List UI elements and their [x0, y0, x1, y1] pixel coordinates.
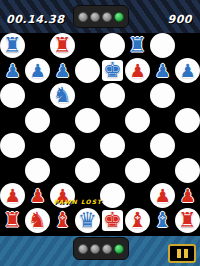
- square-g5[interactable]: [150, 108, 175, 133]
- gray-status-light-icon: [90, 12, 100, 22]
- square-f7[interactable]: ♟: [125, 58, 150, 83]
- square-e1[interactable]: ♚: [100, 208, 125, 233]
- red-pawn-piece: ♟: [150, 183, 175, 208]
- red-pawn-piece: ♟: [25, 183, 50, 208]
- green-status-light-icon: [114, 244, 124, 254]
- square-b2[interactable]: ♟: [25, 183, 50, 208]
- notification-text: PAWN LOST: [54, 198, 144, 205]
- square-b1[interactable]: ♞: [25, 208, 50, 233]
- red-king-piece: ♚: [100, 208, 125, 233]
- square-d5[interactable]: [75, 108, 100, 133]
- square-g8[interactable]: [150, 33, 175, 58]
- square-b5[interactable]: [25, 108, 50, 133]
- blue-pawn-piece: ♟: [150, 58, 175, 83]
- square-h3[interactable]: [175, 158, 200, 183]
- gray-status-light-icon: [102, 244, 112, 254]
- square-a7[interactable]: ♟: [0, 58, 25, 83]
- square-a1[interactable]: ♜: [0, 208, 25, 233]
- red-pawn-piece: ♟: [0, 183, 25, 208]
- square-h8[interactable]: [175, 33, 200, 58]
- blue-pawn-piece: ♟: [175, 58, 200, 83]
- square-h5[interactable]: [175, 108, 200, 133]
- red-pawn-piece: ♟: [125, 58, 150, 83]
- square-d1[interactable]: ♛: [75, 208, 100, 233]
- blue-queen-piece: ♛: [75, 208, 100, 233]
- square-h1[interactable]: ♜: [175, 208, 200, 233]
- square-g3[interactable]: [150, 158, 175, 183]
- green-status-light-icon: [114, 12, 124, 22]
- square-h2[interactable]: ♟: [175, 183, 200, 208]
- square-e6[interactable]: [100, 83, 125, 108]
- gray-status-light-icon: [78, 244, 88, 254]
- square-a6[interactable]: [0, 83, 25, 108]
- square-h4[interactable]: [175, 133, 200, 158]
- square-e5[interactable]: [100, 108, 125, 133]
- square-h7[interactable]: ♟: [175, 58, 200, 83]
- square-b8[interactable]: [25, 33, 50, 58]
- red-bishop-piece: ♝: [50, 208, 75, 233]
- red-pawn-piece: ♟: [175, 183, 200, 208]
- red-rook-piece: ♜: [50, 33, 75, 58]
- gray-status-light-icon: [90, 244, 100, 254]
- blue-pawn-piece: ♟: [0, 58, 25, 83]
- pause-icon: [177, 249, 181, 258]
- square-f4[interactable]: [125, 133, 150, 158]
- square-b3[interactable]: [25, 158, 50, 183]
- square-b4[interactable]: [25, 133, 50, 158]
- square-a5[interactable]: [0, 108, 25, 133]
- bottom-status-lights: [73, 237, 129, 260]
- blue-pawn-piece: ♟: [50, 58, 75, 83]
- red-rook-piece: ♜: [175, 208, 200, 233]
- square-f8[interactable]: ♜: [125, 33, 150, 58]
- square-a4[interactable]: [0, 133, 25, 158]
- square-d6[interactable]: [75, 83, 100, 108]
- square-e8[interactable]: [100, 33, 125, 58]
- square-a8[interactable]: ♜: [0, 33, 25, 58]
- square-d4[interactable]: [75, 133, 100, 158]
- gray-status-light-icon: [102, 12, 112, 22]
- blue-knight-piece: ♞: [50, 83, 75, 108]
- square-h6[interactable]: [175, 83, 200, 108]
- red-bishop-piece: ♝: [125, 208, 150, 233]
- square-c1[interactable]: ♝: [50, 208, 75, 233]
- square-g1[interactable]: ♝: [150, 208, 175, 233]
- game-timer: 00.14.38: [6, 13, 64, 26]
- square-a3[interactable]: [0, 158, 25, 183]
- square-e4[interactable]: [100, 133, 125, 158]
- square-c5[interactable]: [50, 108, 75, 133]
- game-screen: 00.14.38 900 ♜♜♜♟♟♟♚♟♟♟♞♟♟♟♟♟♜♞♝♛♚♝♝♜ PA…: [0, 0, 200, 266]
- square-g4[interactable]: [150, 133, 175, 158]
- square-f6[interactable]: [125, 83, 150, 108]
- blue-pawn-piece: ♟: [25, 58, 50, 83]
- square-e3[interactable]: [100, 158, 125, 183]
- gray-status-light-icon: [78, 12, 88, 22]
- square-g6[interactable]: [150, 83, 175, 108]
- pause-icon: [184, 249, 188, 258]
- square-g2[interactable]: ♟: [150, 183, 175, 208]
- square-c6[interactable]: ♞: [50, 83, 75, 108]
- square-c4[interactable]: [50, 133, 75, 158]
- square-f3[interactable]: [125, 158, 150, 183]
- square-d3[interactable]: [75, 158, 100, 183]
- blue-rook-piece: ♜: [0, 33, 25, 58]
- square-g7[interactable]: ♟: [150, 58, 175, 83]
- red-rook-piece: ♜: [0, 208, 25, 233]
- square-d8[interactable]: [75, 33, 100, 58]
- top-status-lights: [73, 5, 129, 28]
- square-f5[interactable]: [125, 108, 150, 133]
- pause-button[interactable]: [168, 244, 196, 263]
- square-c3[interactable]: [50, 158, 75, 183]
- blue-king-piece: ♚: [100, 58, 125, 83]
- square-b7[interactable]: ♟: [25, 58, 50, 83]
- square-f1[interactable]: ♝: [125, 208, 150, 233]
- red-knight-piece: ♞: [25, 208, 50, 233]
- score-value: 900: [168, 13, 192, 26]
- square-c8[interactable]: ♜: [50, 33, 75, 58]
- square-b6[interactable]: [25, 83, 50, 108]
- square-a2[interactable]: ♟: [0, 183, 25, 208]
- blue-rook-piece: ♜: [125, 33, 150, 58]
- square-d7[interactable]: [75, 58, 100, 83]
- blue-bishop-piece: ♝: [150, 208, 175, 233]
- square-c7[interactable]: ♟: [50, 58, 75, 83]
- square-e7[interactable]: ♚: [100, 58, 125, 83]
